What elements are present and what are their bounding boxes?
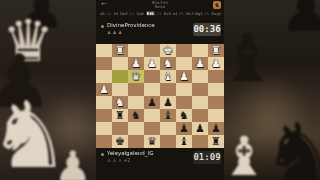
- square-a6[interactable]: [208, 109, 224, 122]
- piece-white-king[interactable]: ♚: [163, 45, 173, 56]
- move-list[interactable]: a621.h4Qe822.Qd2Rf623.Be3e424.Nc2Ng425.B…: [96, 10, 224, 19]
- piece-white-pawn[interactable]: ♟: [99, 84, 109, 95]
- move-token[interactable]: Qd2: [137, 11, 145, 16]
- black-bishop-icon: ♝: [224, 26, 277, 92]
- square-c2[interactable]: [176, 57, 192, 70]
- opponent-avatar-icon[interactable]: ♞: [213, 1, 221, 9]
- square-e6[interactable]: [144, 109, 160, 122]
- piece-white-queen[interactable]: ♛: [131, 71, 141, 82]
- square-e1[interactable]: [144, 44, 160, 57]
- piece-black-bishop[interactable]: ♝: [163, 110, 173, 121]
- square-a7[interactable]: ♟: [208, 122, 224, 135]
- square-e7[interactable]: [144, 122, 160, 135]
- square-g5[interactable]: ♞: [112, 96, 128, 109]
- piece-white-pawn[interactable]: ♟: [211, 58, 221, 69]
- chess-app-screen: ← Blitz 5+0 Rated ♞ a621.h4Qe822.Qd2Rf62…: [96, 0, 224, 180]
- move-token[interactable]: a6: [100, 11, 105, 16]
- square-a2[interactable]: ♟: [208, 57, 224, 70]
- square-c7[interactable]: ♟: [176, 122, 192, 135]
- piece-black-pawn[interactable]: ♟: [179, 123, 189, 134]
- white-pawn-icon: ♟: [54, 146, 92, 180]
- square-h4[interactable]: ♟: [96, 83, 112, 96]
- square-f5[interactable]: [128, 96, 144, 109]
- piece-black-pawn[interactable]: ♟: [163, 97, 173, 108]
- square-h5[interactable]: [96, 96, 112, 109]
- square-h2[interactable]: [96, 57, 112, 70]
- square-f7[interactable]: [128, 122, 144, 135]
- square-h8[interactable]: [96, 135, 112, 148]
- piece-black-bishop[interactable]: ♝: [179, 136, 189, 147]
- square-e5[interactable]: ♟: [144, 96, 160, 109]
- clock-top: 00:36: [193, 23, 221, 36]
- piece-white-rook[interactable]: ♜: [115, 45, 125, 56]
- square-f6[interactable]: ♞: [128, 109, 144, 122]
- player-name-bottom[interactable]: Yeleyalgalend_IG: [107, 150, 192, 157]
- square-d4[interactable]: [160, 83, 176, 96]
- piece-white-rook[interactable]: ♜: [211, 45, 221, 56]
- square-e2[interactable]: ♟: [144, 57, 160, 70]
- square-a4[interactable]: [208, 83, 224, 96]
- move-token[interactable]: 22.: [129, 11, 135, 16]
- square-c8[interactable]: ♝: [176, 135, 192, 148]
- square-b4[interactable]: [192, 83, 208, 96]
- square-d1[interactable]: ♚: [160, 44, 176, 57]
- captured-pieces-top: ♟ ♟ ♟: [107, 30, 192, 35]
- square-a5[interactable]: [208, 96, 224, 109]
- square-g6[interactable]: ♜: [112, 109, 128, 122]
- move-token[interactable]: Ng4: [195, 11, 203, 16]
- square-d6[interactable]: ♝: [160, 109, 176, 122]
- move-token[interactable]: h4: [114, 11, 119, 16]
- piece-black-rook[interactable]: ♜: [211, 136, 221, 147]
- video-frame: ♟♛♟♞♟ ♟♝♝♞ ← Blitz 5+0 Rated ♞ a621.h4Qe…: [0, 0, 320, 180]
- player-name-top[interactable]: DivineProvidence: [107, 22, 192, 29]
- move-token[interactable]: Be3: [164, 11, 171, 16]
- square-a8[interactable]: ♜: [208, 135, 224, 148]
- captured-pieces-bottom: ♙ ♙ ♗ +2: [107, 158, 192, 163]
- square-c5[interactable]: [176, 96, 192, 109]
- move-token[interactable]: e4: [173, 11, 178, 16]
- square-b6[interactable]: [192, 109, 208, 122]
- square-d7[interactable]: [160, 122, 176, 135]
- square-g4[interactable]: [112, 83, 128, 96]
- piece-white-knight[interactable]: ♞: [163, 58, 173, 69]
- piece-black-knight[interactable]: ♞: [179, 110, 189, 121]
- square-f3[interactable]: ♛: [128, 70, 144, 83]
- move-token[interactable]: 25.: [204, 11, 210, 16]
- piece-black-pawn[interactable]: ♟: [147, 97, 157, 108]
- square-b8[interactable]: [192, 135, 208, 148]
- square-b7[interactable]: ♟: [192, 122, 208, 135]
- square-d2[interactable]: ♞: [160, 57, 176, 70]
- background-right-strip: ♟♝♝♞: [224, 0, 320, 180]
- piece-black-queen[interactable]: ♛: [147, 136, 157, 147]
- player-row-top[interactable]: DivineProvidence ♟ ♟ ♟ 00:36: [96, 21, 224, 41]
- black-knight-icon: ♞: [262, 112, 320, 180]
- piece-black-knight[interactable]: ♞: [131, 110, 141, 121]
- square-e4[interactable]: [144, 83, 160, 96]
- square-b1[interactable]: [192, 44, 208, 57]
- top-bar: ← Blitz 5+0 Rated ♞: [96, 0, 224, 10]
- piece-white-pawn[interactable]: ♟: [195, 58, 205, 69]
- piece-black-rook[interactable]: ♜: [115, 110, 125, 121]
- clock-bottom: 01:09: [193, 151, 221, 164]
- square-g2[interactable]: [112, 57, 128, 70]
- square-c1[interactable]: [176, 44, 192, 57]
- square-e8[interactable]: ♛: [144, 135, 160, 148]
- current-move[interactable]: Rf6: [146, 11, 155, 16]
- move-token[interactable]: Bxg4: [212, 11, 222, 16]
- square-h3[interactable]: [96, 70, 112, 83]
- move-token[interactable]: 23.: [156, 11, 162, 16]
- piece-black-king[interactable]: ♚: [115, 136, 125, 147]
- move-token[interactable]: Nc2: [186, 11, 193, 16]
- back-icon[interactable]: ←: [101, 0, 107, 8]
- piece-white-pawn[interactable]: ♟: [179, 71, 189, 82]
- square-g8[interactable]: ♚: [112, 135, 128, 148]
- square-f4[interactable]: [128, 83, 144, 96]
- online-dot: [101, 25, 104, 28]
- piece-white-pawn[interactable]: ♟: [131, 58, 141, 69]
- background-left-strip: ♟♛♟♞♟: [0, 0, 96, 180]
- square-e3[interactable]: [144, 70, 160, 83]
- square-h1[interactable]: [96, 44, 112, 57]
- square-d8[interactable]: [160, 135, 176, 148]
- online-dot: [101, 153, 104, 156]
- square-h7[interactable]: [96, 122, 112, 135]
- square-d3[interactable]: ♝: [160, 70, 176, 83]
- square-f2[interactable]: ♟: [128, 57, 144, 70]
- square-f8[interactable]: [128, 135, 144, 148]
- square-c4[interactable]: [176, 83, 192, 96]
- black-pawn-icon: ♟: [280, 0, 320, 40]
- square-b3[interactable]: [192, 70, 208, 83]
- move-token[interactable]: Qe8: [120, 11, 128, 16]
- square-c3[interactable]: ♟: [176, 70, 192, 83]
- square-h6[interactable]: [96, 109, 112, 122]
- piece-white-pawn[interactable]: ♟: [147, 58, 157, 69]
- square-b5[interactable]: [192, 96, 208, 109]
- player-row-bottom[interactable]: Yeleyalgalend_IG ♙ ♙ ♗ +2 01:09: [96, 149, 224, 169]
- square-a3[interactable]: [208, 70, 224, 83]
- piece-black-pawn[interactable]: ♟: [195, 123, 205, 134]
- game-info-text: Blitz 5+0 Rated: [118, 1, 202, 9]
- square-a1[interactable]: ♜: [208, 44, 224, 57]
- square-b2[interactable]: ♟: [192, 57, 208, 70]
- move-token[interactable]: 21.: [106, 11, 112, 16]
- square-c6[interactable]: ♞: [176, 109, 192, 122]
- piece-black-pawn[interactable]: ♟: [211, 123, 221, 134]
- piece-white-knight[interactable]: ♞: [115, 97, 125, 108]
- square-g7[interactable]: [112, 122, 128, 135]
- chess-board[interactable]: ♜♚♜♟♟♞♟♟♛♝♟♟♞♟♟♜♞♝♞♟♟♟♚♛♝♜: [96, 44, 224, 148]
- square-d5[interactable]: ♟: [160, 96, 176, 109]
- square-g3[interactable]: [112, 70, 128, 83]
- square-g1[interactable]: ♜: [112, 44, 128, 57]
- move-token[interactable]: 24.: [179, 11, 185, 16]
- piece-white-bishop[interactable]: ♝: [163, 71, 173, 82]
- move-list-tokens: a621.h4Qe822.Qd2Rf623.Be3e424.Nc2Ng425.B…: [100, 11, 224, 16]
- game-mode-label: Rated: [118, 5, 202, 9]
- square-f1[interactable]: [128, 44, 144, 57]
